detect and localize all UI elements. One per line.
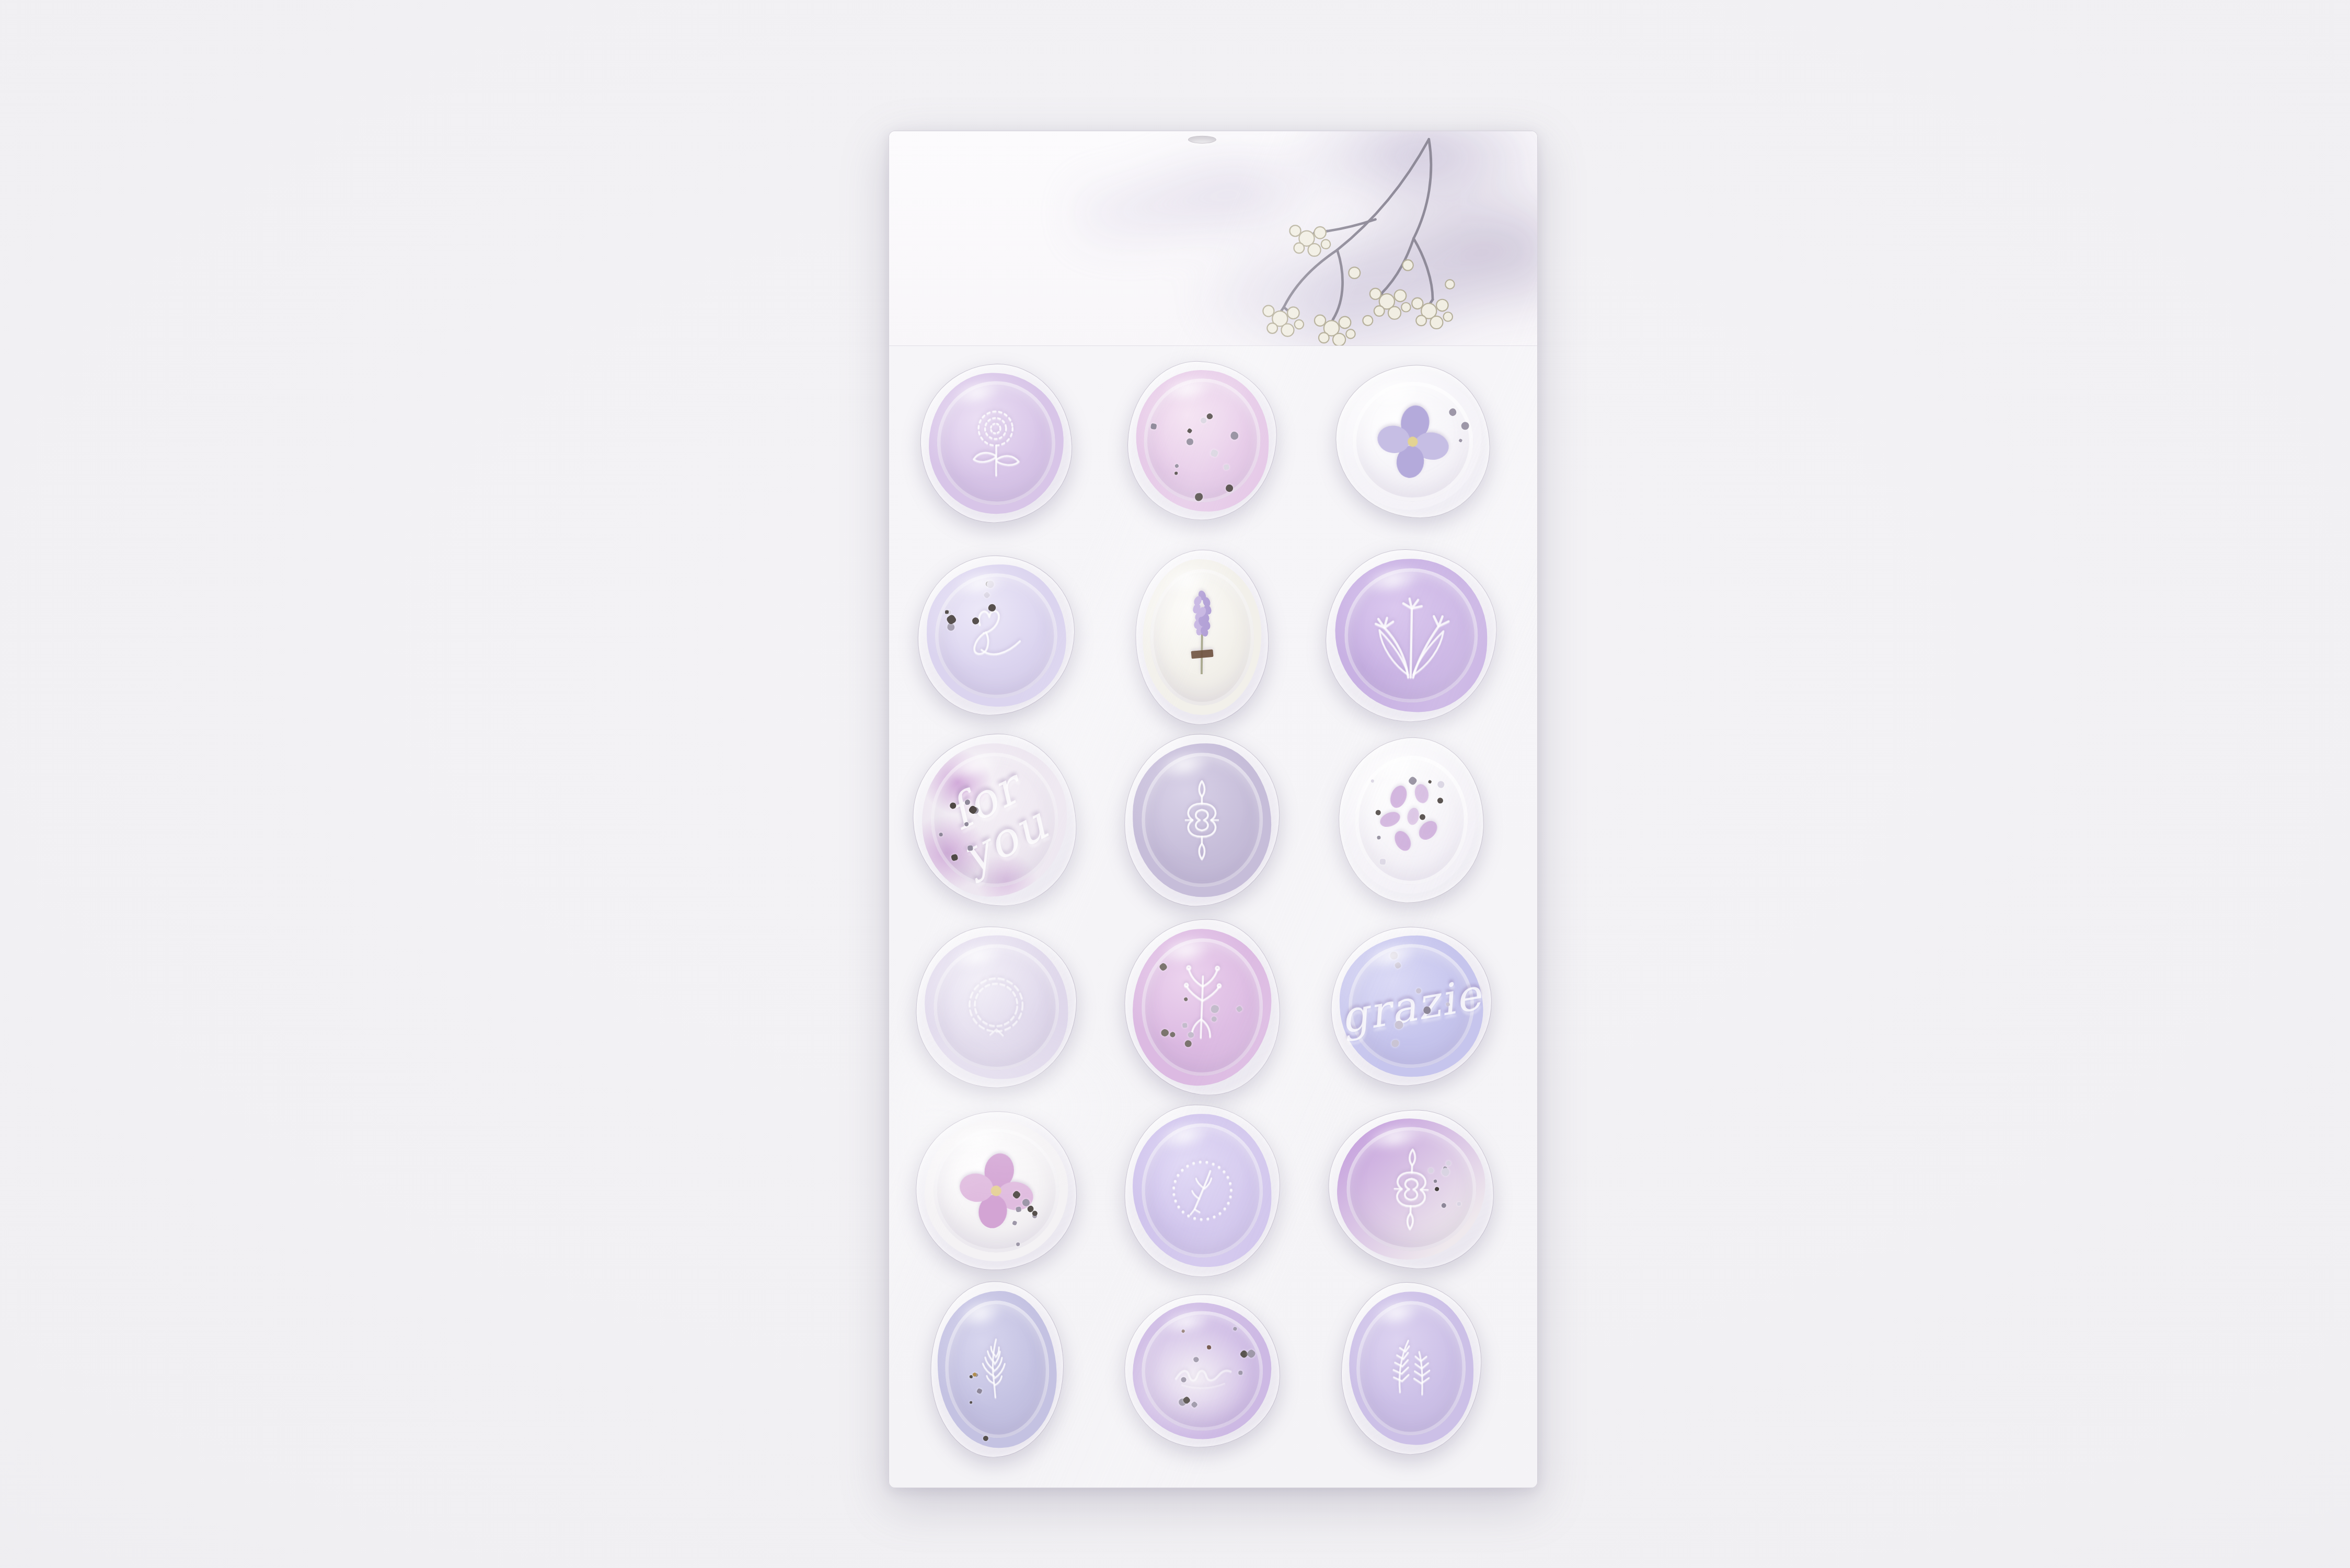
foil-flake	[1223, 464, 1229, 470]
seal-sticker-r1c3	[1334, 364, 1491, 520]
foil-flake	[971, 617, 980, 626]
foil-flake	[1186, 439, 1193, 445]
foil-flake	[1233, 1327, 1237, 1331]
foil-flake	[1205, 412, 1214, 420]
seal-sticker-r1c2	[1125, 359, 1280, 522]
seal-sticker-r6c1	[927, 1279, 1067, 1460]
foil-flake	[1187, 1031, 1195, 1039]
foil-flake	[970, 1401, 973, 1404]
foil-flake	[964, 822, 970, 827]
foil-flake	[1441, 1202, 1447, 1208]
seal-sticker-r1c1	[917, 361, 1075, 525]
foil-flake	[1376, 810, 1381, 815]
foil-flake	[969, 1375, 972, 1378]
foil-flake	[976, 1388, 983, 1394]
foil-flake	[1445, 1160, 1452, 1167]
foil-flake	[1183, 1039, 1193, 1048]
foil-flake	[1015, 1206, 1021, 1213]
foil-flake	[1210, 449, 1218, 457]
seal-sticker-r4c2	[1123, 918, 1281, 1097]
foil-flake	[945, 610, 949, 614]
foil-flake	[1458, 1202, 1461, 1206]
foil-flake	[1415, 987, 1422, 995]
foil-flake	[1392, 1039, 1399, 1046]
foil-flake	[1159, 1028, 1170, 1038]
foil-flake	[1211, 1016, 1217, 1022]
foil-flake	[1377, 836, 1381, 840]
seal-sticker-r2c3	[1324, 548, 1499, 723]
sticker-sheet-package: for yougrazie	[889, 131, 1538, 1488]
foil-flake	[1236, 1006, 1243, 1013]
foil-flake	[1200, 417, 1207, 423]
seal-sticker-r4c1	[914, 925, 1078, 1089]
foil-flake	[1448, 407, 1458, 418]
foil-flake	[1433, 1179, 1437, 1183]
foil-flake	[1011, 1190, 1021, 1200]
foil-flake	[951, 854, 958, 861]
foil-flake	[1419, 814, 1426, 821]
foil-flake	[1183, 997, 1188, 1001]
foil-flake	[1169, 1031, 1176, 1037]
foil-flake	[1174, 471, 1178, 475]
foil-flake	[1428, 780, 1432, 784]
foil-flake	[1422, 1006, 1432, 1016]
foil-flake	[1393, 1019, 1404, 1030]
foil-flake	[949, 802, 958, 810]
foil-flake	[965, 799, 971, 805]
foil-flake	[967, 845, 973, 851]
foil-flake	[1446, 1001, 1450, 1006]
foil-flake	[1206, 1345, 1211, 1350]
foil-flake	[1180, 1376, 1187, 1382]
foil-flake	[1150, 423, 1157, 430]
foil-flake	[1458, 439, 1463, 443]
seal-sticker-r5c2	[1123, 1103, 1281, 1278]
foil-flake	[1436, 780, 1445, 789]
foil-flake	[1186, 428, 1192, 433]
foil-flake	[1193, 1356, 1200, 1363]
photo-scene: for yougrazie	[0, 0, 2350, 1568]
foil-flake	[939, 832, 943, 836]
foil-flake	[968, 805, 978, 815]
seal-sticker-r2c2	[1135, 549, 1269, 724]
hang-hole	[1188, 136, 1216, 144]
seal-sticker-r3c3	[1336, 735, 1487, 905]
seal-sticker-r2c1	[916, 555, 1076, 717]
foil-flake	[1246, 1348, 1257, 1359]
foil-flake	[1440, 1167, 1450, 1178]
seal-sticker-r3c1: for you	[908, 730, 1080, 910]
seal-sticker-r5c3	[1326, 1107, 1497, 1272]
seal-sticker-r3c2	[1124, 734, 1280, 906]
foil-flake	[1225, 483, 1235, 493]
foil-flake	[1229, 431, 1239, 441]
foil-flake	[1182, 1023, 1187, 1028]
seal-sticker-r4c3: grazie	[1328, 924, 1494, 1088]
foil-flake	[987, 603, 997, 612]
foil-flake	[1210, 1005, 1219, 1014]
foil-flake	[983, 1435, 989, 1442]
foil-flake	[1380, 859, 1386, 864]
seal-sticker-r5c1	[914, 1110, 1078, 1271]
foil-flake	[1174, 463, 1180, 468]
sticker-grid: for yougrazie	[889, 131, 1537, 1488]
foil-flake	[1428, 1168, 1434, 1173]
foil-flake	[1016, 1242, 1020, 1247]
foil-flake	[1012, 1220, 1018, 1226]
foil-flake	[1434, 1186, 1439, 1192]
foil-flake	[1238, 1370, 1242, 1375]
foil-flake	[1436, 797, 1444, 805]
seal-sticker-r6c2	[1123, 1293, 1282, 1449]
foil-flake	[1191, 1400, 1199, 1408]
foil-flake	[946, 614, 957, 626]
foil-flake	[1460, 422, 1469, 431]
seal-sticker-r6c3	[1340, 1281, 1483, 1455]
foil-flake	[1194, 493, 1203, 502]
